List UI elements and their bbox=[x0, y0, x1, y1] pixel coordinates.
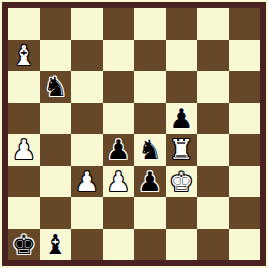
piece-black-knight: ♞ bbox=[138, 136, 162, 163]
piece-white-pawn: ♟ bbox=[12, 136, 36, 163]
square-c2[interactable] bbox=[71, 197, 103, 229]
square-c7[interactable] bbox=[71, 40, 103, 72]
square-d4[interactable]: ♟ bbox=[103, 134, 135, 166]
square-a7[interactable]: ♝ bbox=[8, 40, 40, 72]
square-f8[interactable] bbox=[166, 8, 198, 40]
piece-white-pawn: ♟ bbox=[75, 168, 99, 195]
square-h2[interactable] bbox=[229, 197, 261, 229]
piece-black-pawn: ♟ bbox=[169, 105, 193, 132]
piece-black-bishop: ♝ bbox=[43, 231, 67, 258]
square-e3[interactable]: ♟ bbox=[134, 166, 166, 198]
square-e8[interactable] bbox=[134, 8, 166, 40]
square-g6[interactable] bbox=[197, 71, 229, 103]
square-f2[interactable] bbox=[166, 197, 198, 229]
square-c5[interactable] bbox=[71, 103, 103, 135]
square-c3[interactable]: ♟ bbox=[71, 166, 103, 198]
square-d8[interactable] bbox=[103, 8, 135, 40]
piece-white-bishop: ♝ bbox=[12, 42, 36, 69]
square-e6[interactable] bbox=[134, 71, 166, 103]
piece-white-rook: ♜ bbox=[169, 136, 193, 163]
square-f3[interactable]: ♚ bbox=[166, 166, 198, 198]
square-d6[interactable] bbox=[103, 71, 135, 103]
square-f7[interactable] bbox=[166, 40, 198, 72]
square-f1[interactable] bbox=[166, 229, 198, 261]
square-e5[interactable] bbox=[134, 103, 166, 135]
square-a4[interactable]: ♟ bbox=[8, 134, 40, 166]
square-h8[interactable] bbox=[229, 8, 261, 40]
square-e2[interactable] bbox=[134, 197, 166, 229]
square-h3[interactable] bbox=[229, 166, 261, 198]
square-b3[interactable] bbox=[40, 166, 72, 198]
square-b4[interactable] bbox=[40, 134, 72, 166]
square-h7[interactable] bbox=[229, 40, 261, 72]
square-a2[interactable] bbox=[8, 197, 40, 229]
square-c4[interactable] bbox=[71, 134, 103, 166]
square-d5[interactable] bbox=[103, 103, 135, 135]
square-c8[interactable] bbox=[71, 8, 103, 40]
square-a6[interactable] bbox=[8, 71, 40, 103]
piece-black-knight: ♞ bbox=[43, 73, 67, 100]
square-g7[interactable] bbox=[197, 40, 229, 72]
square-g1[interactable] bbox=[197, 229, 229, 261]
chessboard-frame: ♝♞♟♟♟♞♜♟♟♟♚♚♝ bbox=[0, 0, 268, 268]
piece-black-pawn: ♟ bbox=[138, 168, 162, 195]
piece-black-pawn: ♟ bbox=[106, 136, 130, 163]
square-a5[interactable] bbox=[8, 103, 40, 135]
square-e4[interactable]: ♞ bbox=[134, 134, 166, 166]
square-e1[interactable] bbox=[134, 229, 166, 261]
square-b8[interactable] bbox=[40, 8, 72, 40]
square-a8[interactable] bbox=[8, 8, 40, 40]
square-a3[interactable] bbox=[8, 166, 40, 198]
square-d1[interactable] bbox=[103, 229, 135, 261]
square-g3[interactable] bbox=[197, 166, 229, 198]
piece-white-king: ♚ bbox=[169, 168, 193, 195]
square-g2[interactable] bbox=[197, 197, 229, 229]
square-g8[interactable] bbox=[197, 8, 229, 40]
square-h4[interactable] bbox=[229, 134, 261, 166]
square-b5[interactable] bbox=[40, 103, 72, 135]
square-d2[interactable] bbox=[103, 197, 135, 229]
square-b7[interactable] bbox=[40, 40, 72, 72]
square-d3[interactable]: ♟ bbox=[103, 166, 135, 198]
square-f5[interactable]: ♟ bbox=[166, 103, 198, 135]
square-h5[interactable] bbox=[229, 103, 261, 135]
board-grid: ♝♞♟♟♟♞♜♟♟♟♚♚♝ bbox=[8, 8, 260, 260]
square-b1[interactable]: ♝ bbox=[40, 229, 72, 261]
square-e7[interactable] bbox=[134, 40, 166, 72]
square-h1[interactable] bbox=[229, 229, 261, 261]
square-d7[interactable] bbox=[103, 40, 135, 72]
square-c6[interactable] bbox=[71, 71, 103, 103]
piece-black-king: ♚ bbox=[12, 231, 36, 258]
square-a1[interactable]: ♚ bbox=[8, 229, 40, 261]
square-b6[interactable]: ♞ bbox=[40, 71, 72, 103]
square-c1[interactable] bbox=[71, 229, 103, 261]
square-g4[interactable] bbox=[197, 134, 229, 166]
square-b2[interactable] bbox=[40, 197, 72, 229]
square-f6[interactable] bbox=[166, 71, 198, 103]
square-g5[interactable] bbox=[197, 103, 229, 135]
square-h6[interactable] bbox=[229, 71, 261, 103]
piece-white-pawn: ♟ bbox=[106, 168, 130, 195]
square-f4[interactable]: ♜ bbox=[166, 134, 198, 166]
